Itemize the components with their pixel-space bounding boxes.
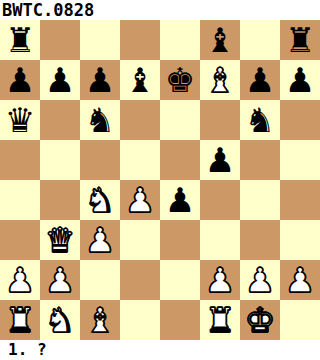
square-g4[interactable] [240, 180, 280, 220]
square-h5[interactable] [280, 140, 320, 180]
piece-white-bishop[interactable]: ♝ [80, 300, 120, 340]
square-g1[interactable]: ♚ [240, 300, 280, 340]
square-e6[interactable] [160, 100, 200, 140]
piece-white-pawn[interactable]: ♟ [0, 260, 40, 300]
piece-black-rook[interactable]: ♜ [0, 20, 40, 60]
square-f5[interactable]: ♟ [200, 140, 240, 180]
square-d2[interactable] [120, 260, 160, 300]
square-d6[interactable] [120, 100, 160, 140]
square-c8[interactable] [80, 20, 120, 60]
piece-black-king[interactable]: ♚ [160, 60, 200, 100]
piece-white-pawn[interactable]: ♟ [40, 260, 80, 300]
square-c4[interactable]: ♞ [80, 180, 120, 220]
piece-white-pawn[interactable]: ♟ [80, 220, 120, 260]
piece-black-queen[interactable]: ♛ [0, 100, 40, 140]
square-g6[interactable]: ♞ [240, 100, 280, 140]
square-a6[interactable]: ♛ [0, 100, 40, 140]
square-h2[interactable]: ♟ [280, 260, 320, 300]
square-c5[interactable] [80, 140, 120, 180]
square-d3[interactable] [120, 220, 160, 260]
square-a1[interactable]: ♜ [0, 300, 40, 340]
square-e1[interactable] [160, 300, 200, 340]
piece-black-bishop[interactable]: ♝ [200, 20, 240, 60]
square-c6[interactable]: ♞ [80, 100, 120, 140]
piece-white-rook[interactable]: ♜ [0, 300, 40, 340]
piece-black-pawn[interactable]: ♟ [240, 60, 280, 100]
square-a7[interactable]: ♟ [0, 60, 40, 100]
square-h1[interactable] [280, 300, 320, 340]
piece-white-pawn[interactable]: ♟ [120, 180, 160, 220]
square-h7[interactable]: ♟ [280, 60, 320, 100]
square-b3[interactable]: ♛ [40, 220, 80, 260]
piece-black-pawn[interactable]: ♟ [80, 60, 120, 100]
piece-black-pawn[interactable]: ♟ [160, 180, 200, 220]
piece-white-king[interactable]: ♚ [240, 300, 280, 340]
square-g8[interactable] [240, 20, 280, 60]
piece-white-queen[interactable]: ♛ [40, 220, 80, 260]
square-c1[interactable]: ♝ [80, 300, 120, 340]
square-g7[interactable]: ♟ [240, 60, 280, 100]
square-e3[interactable] [160, 220, 200, 260]
piece-white-bishop[interactable]: ♝ [200, 60, 240, 100]
square-d7[interactable]: ♝ [120, 60, 160, 100]
square-c7[interactable]: ♟ [80, 60, 120, 100]
piece-black-pawn[interactable]: ♟ [40, 60, 80, 100]
square-e4[interactable]: ♟ [160, 180, 200, 220]
square-b2[interactable]: ♟ [40, 260, 80, 300]
square-f4[interactable] [200, 180, 240, 220]
piece-black-pawn[interactable]: ♟ [280, 60, 320, 100]
piece-black-rook[interactable]: ♜ [280, 20, 320, 60]
piece-black-knight[interactable]: ♞ [80, 100, 120, 140]
square-e2[interactable] [160, 260, 200, 300]
square-a5[interactable] [0, 140, 40, 180]
square-h6[interactable] [280, 100, 320, 140]
square-h4[interactable] [280, 180, 320, 220]
piece-white-pawn[interactable]: ♟ [280, 260, 320, 300]
square-a4[interactable] [0, 180, 40, 220]
piece-white-pawn[interactable]: ♟ [200, 260, 240, 300]
piece-black-pawn[interactable]: ♟ [200, 140, 240, 180]
square-d8[interactable] [120, 20, 160, 60]
piece-white-knight[interactable]: ♞ [40, 300, 80, 340]
piece-black-bishop[interactable]: ♝ [120, 60, 160, 100]
square-c3[interactable]: ♟ [80, 220, 120, 260]
square-f6[interactable] [200, 100, 240, 140]
piece-white-pawn[interactable]: ♟ [240, 260, 280, 300]
piece-white-knight[interactable]: ♞ [80, 180, 120, 220]
square-b4[interactable] [40, 180, 80, 220]
square-f2[interactable]: ♟ [200, 260, 240, 300]
square-h8[interactable]: ♜ [280, 20, 320, 60]
chess-board: ♜♝♜♟♟♟♝♚♝♟♟♛♞♞♟♞♟♟♛♟♟♟♟♟♟♜♞♝♜♚ [0, 20, 320, 340]
piece-white-rook[interactable]: ♜ [200, 300, 240, 340]
square-g3[interactable] [240, 220, 280, 260]
move-prompt: 1. ? [0, 340, 320, 360]
square-a2[interactable]: ♟ [0, 260, 40, 300]
diagram-title: BWTC.0828 [0, 0, 320, 20]
square-g2[interactable]: ♟ [240, 260, 280, 300]
square-b8[interactable] [40, 20, 80, 60]
square-b6[interactable] [40, 100, 80, 140]
square-a3[interactable] [0, 220, 40, 260]
square-f3[interactable] [200, 220, 240, 260]
piece-black-knight[interactable]: ♞ [240, 100, 280, 140]
square-b5[interactable] [40, 140, 80, 180]
square-d5[interactable] [120, 140, 160, 180]
square-f1[interactable]: ♜ [200, 300, 240, 340]
square-a8[interactable]: ♜ [0, 20, 40, 60]
square-e8[interactable] [160, 20, 200, 60]
square-c2[interactable] [80, 260, 120, 300]
square-f7[interactable]: ♝ [200, 60, 240, 100]
square-e7[interactable]: ♚ [160, 60, 200, 100]
square-h3[interactable] [280, 220, 320, 260]
square-b1[interactable]: ♞ [40, 300, 80, 340]
square-f8[interactable]: ♝ [200, 20, 240, 60]
piece-black-pawn[interactable]: ♟ [0, 60, 40, 100]
square-d1[interactable] [120, 300, 160, 340]
square-d4[interactable]: ♟ [120, 180, 160, 220]
square-b7[interactable]: ♟ [40, 60, 80, 100]
square-e5[interactable] [160, 140, 200, 180]
chess-diagram: BWTC.0828 ♜♝♜♟♟♟♝♚♝♟♟♛♞♞♟♞♟♟♛♟♟♟♟♟♟♜♞♝♜♚… [0, 0, 320, 360]
square-g5[interactable] [240, 140, 280, 180]
